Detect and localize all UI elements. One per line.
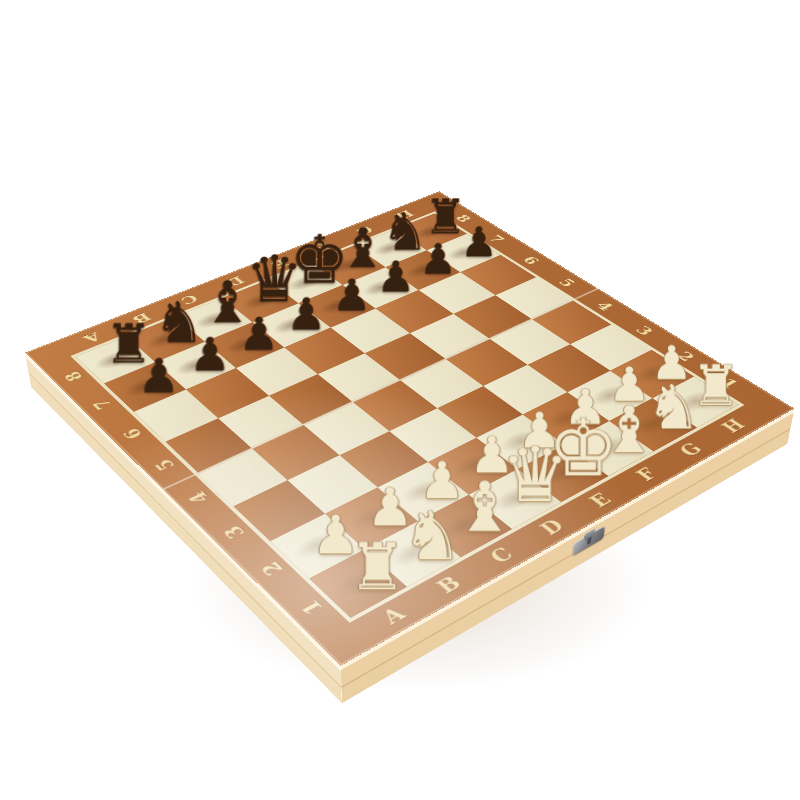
product-photo: ♜♞♝♛♚♝♞♜♟♟♟♟♟♟♟♟♟♟♟♟♟♟♟♟♜♞♝♛♚♝♞♜ ABCDEFG… (0, 0, 800, 800)
piece-white-rook: ♜ (348, 535, 406, 600)
piece-black-pawn: ♟ (376, 255, 414, 298)
piece-black-pawn: ♟ (286, 292, 326, 336)
piece-white-bishop: ♝ (454, 472, 516, 541)
piece-black-pawn: ♟ (419, 238, 457, 280)
chess-board: ♜♞♝♛♚♝♞♜♟♟♟♟♟♟♟♟♟♟♟♟♟♟♟♟♜♞♝♛♚♝♞♜ ABCDEFG… (25, 191, 795, 666)
piece-black-pawn: ♟ (332, 273, 371, 316)
piece-black-pawn: ♟ (239, 311, 279, 356)
board-frame: ♜♞♝♛♚♝♞♜♟♟♟♟♟♟♟♟♟♟♟♟♟♟♟♟♜♞♝♛♚♝♞♜ ABCDEFG… (25, 191, 795, 666)
scene: ♜♞♝♛♚♝♞♜♟♟♟♟♟♟♟♟♟♟♟♟♟♟♟♟♜♞♝♛♚♝♞♜ ABCDEFG… (0, 0, 800, 800)
piece-white-knight: ♞ (401, 502, 462, 570)
board-grid: ♜♞♝♛♚♝♞♜♟♟♟♟♟♟♟♟♟♟♟♟♟♟♟♟♜♞♝♛♚♝♞♜ (76, 214, 739, 618)
piece-black-pawn: ♟ (138, 352, 180, 399)
piece-black-pawn: ♟ (189, 331, 230, 377)
